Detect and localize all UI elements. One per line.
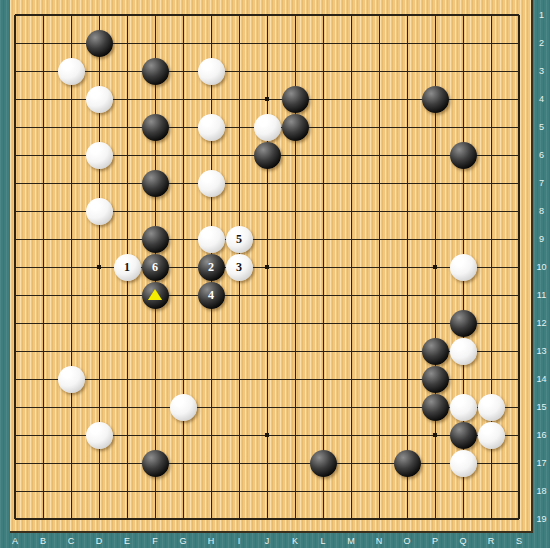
- intersection-S4[interactable]: [505, 85, 533, 113]
- intersection-L16[interactable]: [309, 421, 337, 449]
- intersection-B12[interactable]: [29, 309, 57, 337]
- intersection-O19[interactable]: [393, 505, 421, 533]
- intersection-A15[interactable]: [1, 393, 29, 421]
- intersection-S12[interactable]: [505, 309, 533, 337]
- intersection-L19[interactable]: [309, 505, 337, 533]
- intersection-N15[interactable]: [365, 393, 393, 421]
- intersection-G2[interactable]: [169, 29, 197, 57]
- intersection-K16[interactable]: [281, 421, 309, 449]
- intersection-L12[interactable]: [309, 309, 337, 337]
- intersection-L8[interactable]: [309, 197, 337, 225]
- intersection-B1[interactable]: [29, 1, 57, 29]
- intersection-A6[interactable]: [1, 141, 29, 169]
- intersection-B13[interactable]: [29, 337, 57, 365]
- intersection-Q2[interactable]: [449, 29, 477, 57]
- intersection-C7[interactable]: [57, 169, 85, 197]
- intersection-J16[interactable]: [253, 421, 281, 449]
- intersection-O9[interactable]: [393, 225, 421, 253]
- intersection-I7[interactable]: [225, 169, 253, 197]
- intersection-D3[interactable]: [85, 57, 113, 85]
- intersection-C1[interactable]: [57, 1, 85, 29]
- intersection-C13[interactable]: [57, 337, 85, 365]
- intersection-R2[interactable]: [477, 29, 505, 57]
- intersection-M12[interactable]: [337, 309, 365, 337]
- intersection-M15[interactable]: [337, 393, 365, 421]
- intersection-A5[interactable]: [1, 113, 29, 141]
- intersection-P3[interactable]: [421, 57, 449, 85]
- intersection-C15[interactable]: [57, 393, 85, 421]
- intersection-R11[interactable]: [477, 281, 505, 309]
- intersection-A18[interactable]: [1, 477, 29, 505]
- intersection-R19[interactable]: [477, 505, 505, 533]
- intersection-P5[interactable]: [421, 113, 449, 141]
- intersection-S7[interactable]: [505, 169, 533, 197]
- intersection-M19[interactable]: [337, 505, 365, 533]
- intersection-C12[interactable]: [57, 309, 85, 337]
- intersection-L6[interactable]: [309, 141, 337, 169]
- intersection-L10[interactable]: [309, 253, 337, 281]
- intersection-M2[interactable]: [337, 29, 365, 57]
- intersection-F13[interactable]: [141, 337, 169, 365]
- intersection-C16[interactable]: [57, 421, 85, 449]
- intersection-K17[interactable]: [281, 449, 309, 477]
- intersection-E6[interactable]: [113, 141, 141, 169]
- intersection-F18[interactable]: [141, 477, 169, 505]
- intersection-K10[interactable]: [281, 253, 309, 281]
- intersection-K12[interactable]: [281, 309, 309, 337]
- intersection-H4[interactable]: [197, 85, 225, 113]
- intersection-A7[interactable]: [1, 169, 29, 197]
- intersection-L14[interactable]: [309, 365, 337, 393]
- intersection-M17[interactable]: [337, 449, 365, 477]
- intersection-N12[interactable]: [365, 309, 393, 337]
- intersection-M4[interactable]: [337, 85, 365, 113]
- intersection-E14[interactable]: [113, 365, 141, 393]
- intersection-S1[interactable]: [505, 1, 533, 29]
- intersection-S6[interactable]: [505, 141, 533, 169]
- intersection-I18[interactable]: [225, 477, 253, 505]
- intersection-H6[interactable]: [197, 141, 225, 169]
- intersection-N13[interactable]: [365, 337, 393, 365]
- intersection-I5[interactable]: [225, 113, 253, 141]
- intersection-N4[interactable]: [365, 85, 393, 113]
- intersection-E12[interactable]: [113, 309, 141, 337]
- intersection-R7[interactable]: [477, 169, 505, 197]
- intersection-G12[interactable]: [169, 309, 197, 337]
- intersection-G10[interactable]: [169, 253, 197, 281]
- intersection-P11[interactable]: [421, 281, 449, 309]
- intersection-K3[interactable]: [281, 57, 309, 85]
- intersection-D10[interactable]: [85, 253, 113, 281]
- intersection-A1[interactable]: [1, 1, 29, 29]
- intersection-G6[interactable]: [169, 141, 197, 169]
- intersection-P16[interactable]: [421, 421, 449, 449]
- intersection-O1[interactable]: [393, 1, 421, 29]
- intersection-R3[interactable]: [477, 57, 505, 85]
- intersection-I4[interactable]: [225, 85, 253, 113]
- intersection-G17[interactable]: [169, 449, 197, 477]
- intersection-C10[interactable]: [57, 253, 85, 281]
- intersection-C8[interactable]: [57, 197, 85, 225]
- intersection-N6[interactable]: [365, 141, 393, 169]
- intersection-B10[interactable]: [29, 253, 57, 281]
- intersection-E16[interactable]: [113, 421, 141, 449]
- intersection-E8[interactable]: [113, 197, 141, 225]
- intersection-D18[interactable]: [85, 477, 113, 505]
- intersection-B16[interactable]: [29, 421, 57, 449]
- intersection-H8[interactable]: [197, 197, 225, 225]
- intersection-P17[interactable]: [421, 449, 449, 477]
- intersection-M9[interactable]: [337, 225, 365, 253]
- intersection-Q14[interactable]: [449, 365, 477, 393]
- intersection-K8[interactable]: [281, 197, 309, 225]
- intersection-J12[interactable]: [253, 309, 281, 337]
- intersection-J15[interactable]: [253, 393, 281, 421]
- intersection-D1[interactable]: [85, 1, 113, 29]
- intersection-E7[interactable]: [113, 169, 141, 197]
- intersection-K14[interactable]: [281, 365, 309, 393]
- intersection-J3[interactable]: [253, 57, 281, 85]
- intersection-R13[interactable]: [477, 337, 505, 365]
- intersection-A11[interactable]: [1, 281, 29, 309]
- intersection-R18[interactable]: [477, 477, 505, 505]
- intersection-M8[interactable]: [337, 197, 365, 225]
- intersection-K9[interactable]: [281, 225, 309, 253]
- intersection-P9[interactable]: [421, 225, 449, 253]
- intersection-C2[interactable]: [57, 29, 85, 57]
- intersection-S9[interactable]: [505, 225, 533, 253]
- intersection-O2[interactable]: [393, 29, 421, 57]
- intersection-G16[interactable]: [169, 421, 197, 449]
- intersection-A13[interactable]: [1, 337, 29, 365]
- intersection-C6[interactable]: [57, 141, 85, 169]
- intersection-R8[interactable]: [477, 197, 505, 225]
- intersection-K18[interactable]: [281, 477, 309, 505]
- intersection-C5[interactable]: [57, 113, 85, 141]
- intersection-L18[interactable]: [309, 477, 337, 505]
- intersection-J10[interactable]: [253, 253, 281, 281]
- intersection-E1[interactable]: [113, 1, 141, 29]
- intersection-K15[interactable]: [281, 393, 309, 421]
- intersection-N2[interactable]: [365, 29, 393, 57]
- intersection-F2[interactable]: [141, 29, 169, 57]
- intersection-S17[interactable]: [505, 449, 533, 477]
- intersection-K6[interactable]: [281, 141, 309, 169]
- intersection-F16[interactable]: [141, 421, 169, 449]
- intersection-M6[interactable]: [337, 141, 365, 169]
- intersection-P1[interactable]: [421, 1, 449, 29]
- intersection-H16[interactable]: [197, 421, 225, 449]
- intersection-R17[interactable]: [477, 449, 505, 477]
- intersection-M5[interactable]: [337, 113, 365, 141]
- intersection-R14[interactable]: [477, 365, 505, 393]
- intersection-K1[interactable]: [281, 1, 309, 29]
- intersection-S15[interactable]: [505, 393, 533, 421]
- intersection-N19[interactable]: [365, 505, 393, 533]
- intersection-B19[interactable]: [29, 505, 57, 533]
- intersection-E19[interactable]: [113, 505, 141, 533]
- intersection-S2[interactable]: [505, 29, 533, 57]
- intersection-E13[interactable]: [113, 337, 141, 365]
- intersection-L2[interactable]: [309, 29, 337, 57]
- intersection-B4[interactable]: [29, 85, 57, 113]
- intersection-E11[interactable]: [113, 281, 141, 309]
- intersection-E4[interactable]: [113, 85, 141, 113]
- intersection-F8[interactable]: [141, 197, 169, 225]
- intersection-G5[interactable]: [169, 113, 197, 141]
- intersection-D7[interactable]: [85, 169, 113, 197]
- intersection-B14[interactable]: [29, 365, 57, 393]
- intersection-O5[interactable]: [393, 113, 421, 141]
- intersection-I11[interactable]: [225, 281, 253, 309]
- intersection-P18[interactable]: [421, 477, 449, 505]
- intersection-S5[interactable]: [505, 113, 533, 141]
- intersection-E18[interactable]: [113, 477, 141, 505]
- intersection-J7[interactable]: [253, 169, 281, 197]
- intersection-N10[interactable]: [365, 253, 393, 281]
- intersection-N9[interactable]: [365, 225, 393, 253]
- intersection-J4[interactable]: [253, 85, 281, 113]
- intersection-O12[interactable]: [393, 309, 421, 337]
- intersection-G18[interactable]: [169, 477, 197, 505]
- intersection-O16[interactable]: [393, 421, 421, 449]
- intersection-R10[interactable]: [477, 253, 505, 281]
- intersection-N16[interactable]: [365, 421, 393, 449]
- intersection-L3[interactable]: [309, 57, 337, 85]
- intersection-G8[interactable]: [169, 197, 197, 225]
- intersection-M18[interactable]: [337, 477, 365, 505]
- intersection-I2[interactable]: [225, 29, 253, 57]
- intersection-D19[interactable]: [85, 505, 113, 533]
- intersection-Q11[interactable]: [449, 281, 477, 309]
- intersection-J13[interactable]: [253, 337, 281, 365]
- intersection-L9[interactable]: [309, 225, 337, 253]
- intersection-E9[interactable]: [113, 225, 141, 253]
- intersection-O6[interactable]: [393, 141, 421, 169]
- intersection-I15[interactable]: [225, 393, 253, 421]
- intersection-F4[interactable]: [141, 85, 169, 113]
- intersection-O7[interactable]: [393, 169, 421, 197]
- intersection-K19[interactable]: [281, 505, 309, 533]
- intersection-G4[interactable]: [169, 85, 197, 113]
- intersection-R4[interactable]: [477, 85, 505, 113]
- intersection-B17[interactable]: [29, 449, 57, 477]
- intersection-M3[interactable]: [337, 57, 365, 85]
- intersection-S18[interactable]: [505, 477, 533, 505]
- intersection-L7[interactable]: [309, 169, 337, 197]
- intersection-N5[interactable]: [365, 113, 393, 141]
- intersection-D14[interactable]: [85, 365, 113, 393]
- intersection-S10[interactable]: [505, 253, 533, 281]
- intersection-A3[interactable]: [1, 57, 29, 85]
- intersection-O11[interactable]: [393, 281, 421, 309]
- intersection-H15[interactable]: [197, 393, 225, 421]
- intersection-I16[interactable]: [225, 421, 253, 449]
- intersection-E3[interactable]: [113, 57, 141, 85]
- intersection-D5[interactable]: [85, 113, 113, 141]
- intersection-B3[interactable]: [29, 57, 57, 85]
- intersection-D17[interactable]: [85, 449, 113, 477]
- intersection-H18[interactable]: [197, 477, 225, 505]
- intersection-B15[interactable]: [29, 393, 57, 421]
- intersection-Q9[interactable]: [449, 225, 477, 253]
- intersection-N1[interactable]: [365, 1, 393, 29]
- intersection-S11[interactable]: [505, 281, 533, 309]
- intersection-R12[interactable]: [477, 309, 505, 337]
- intersection-J1[interactable]: [253, 1, 281, 29]
- intersection-A4[interactable]: [1, 85, 29, 113]
- intersection-P12[interactable]: [421, 309, 449, 337]
- intersection-Q7[interactable]: [449, 169, 477, 197]
- intersection-C18[interactable]: [57, 477, 85, 505]
- intersection-S19[interactable]: [505, 505, 533, 533]
- intersection-L13[interactable]: [309, 337, 337, 365]
- intersection-H12[interactable]: [197, 309, 225, 337]
- intersection-Q8[interactable]: [449, 197, 477, 225]
- intersection-D13[interactable]: [85, 337, 113, 365]
- intersection-M13[interactable]: [337, 337, 365, 365]
- intersection-A8[interactable]: [1, 197, 29, 225]
- intersection-L15[interactable]: [309, 393, 337, 421]
- intersection-O8[interactable]: [393, 197, 421, 225]
- intersection-L4[interactable]: [309, 85, 337, 113]
- intersection-E15[interactable]: [113, 393, 141, 421]
- intersection-A19[interactable]: [1, 505, 29, 533]
- intersection-C4[interactable]: [57, 85, 85, 113]
- intersection-A2[interactable]: [1, 29, 29, 57]
- intersection-Q5[interactable]: [449, 113, 477, 141]
- intersection-M14[interactable]: [337, 365, 365, 393]
- intersection-P10[interactable]: [421, 253, 449, 281]
- intersection-O14[interactable]: [393, 365, 421, 393]
- intersection-F14[interactable]: [141, 365, 169, 393]
- intersection-J8[interactable]: [253, 197, 281, 225]
- intersection-B6[interactable]: [29, 141, 57, 169]
- intersection-G1[interactable]: [169, 1, 197, 29]
- intersection-N3[interactable]: [365, 57, 393, 85]
- intersection-L11[interactable]: [309, 281, 337, 309]
- intersection-K13[interactable]: [281, 337, 309, 365]
- intersection-M11[interactable]: [337, 281, 365, 309]
- intersection-N14[interactable]: [365, 365, 393, 393]
- intersection-A17[interactable]: [1, 449, 29, 477]
- intersection-O13[interactable]: [393, 337, 421, 365]
- intersection-F1[interactable]: [141, 1, 169, 29]
- intersection-O15[interactable]: [393, 393, 421, 421]
- intersection-R6[interactable]: [477, 141, 505, 169]
- intersection-J19[interactable]: [253, 505, 281, 533]
- intersection-A9[interactable]: [1, 225, 29, 253]
- intersection-D12[interactable]: [85, 309, 113, 337]
- intersection-I6[interactable]: [225, 141, 253, 169]
- intersection-A14[interactable]: [1, 365, 29, 393]
- intersection-F19[interactable]: [141, 505, 169, 533]
- intersection-I14[interactable]: [225, 365, 253, 393]
- intersection-O4[interactable]: [393, 85, 421, 113]
- intersection-N11[interactable]: [365, 281, 393, 309]
- intersection-G19[interactable]: [169, 505, 197, 533]
- intersection-I1[interactable]: [225, 1, 253, 29]
- intersection-O3[interactable]: [393, 57, 421, 85]
- intersection-P8[interactable]: [421, 197, 449, 225]
- intersection-F6[interactable]: [141, 141, 169, 169]
- intersection-C17[interactable]: [57, 449, 85, 477]
- intersection-J18[interactable]: [253, 477, 281, 505]
- intersection-J17[interactable]: [253, 449, 281, 477]
- intersection-I17[interactable]: [225, 449, 253, 477]
- intersection-F15[interactable]: [141, 393, 169, 421]
- intersection-G9[interactable]: [169, 225, 197, 253]
- intersection-D11[interactable]: [85, 281, 113, 309]
- intersection-E5[interactable]: [113, 113, 141, 141]
- intersection-S14[interactable]: [505, 365, 533, 393]
- intersection-G3[interactable]: [169, 57, 197, 85]
- intersection-S16[interactable]: [505, 421, 533, 449]
- intersection-H17[interactable]: [197, 449, 225, 477]
- intersection-J2[interactable]: [253, 29, 281, 57]
- intersection-Q1[interactable]: [449, 1, 477, 29]
- intersection-K2[interactable]: [281, 29, 309, 57]
- intersection-I19[interactable]: [225, 505, 253, 533]
- intersection-J9[interactable]: [253, 225, 281, 253]
- intersection-M10[interactable]: [337, 253, 365, 281]
- intersection-G14[interactable]: [169, 365, 197, 393]
- intersection-O10[interactable]: [393, 253, 421, 281]
- intersection-B7[interactable]: [29, 169, 57, 197]
- intersection-A10[interactable]: [1, 253, 29, 281]
- intersection-Q18[interactable]: [449, 477, 477, 505]
- intersection-M1[interactable]: [337, 1, 365, 29]
- intersection-O18[interactable]: [393, 477, 421, 505]
- intersection-N7[interactable]: [365, 169, 393, 197]
- intersection-L5[interactable]: [309, 113, 337, 141]
- intersection-G11[interactable]: [169, 281, 197, 309]
- intersection-H2[interactable]: [197, 29, 225, 57]
- intersection-B5[interactable]: [29, 113, 57, 141]
- intersection-I3[interactable]: [225, 57, 253, 85]
- intersection-H13[interactable]: [197, 337, 225, 365]
- intersection-H14[interactable]: [197, 365, 225, 393]
- intersection-F12[interactable]: [141, 309, 169, 337]
- intersection-P19[interactable]: [421, 505, 449, 533]
- intersection-D9[interactable]: [85, 225, 113, 253]
- intersection-H1[interactable]: [197, 1, 225, 29]
- intersection-E17[interactable]: [113, 449, 141, 477]
- intersection-D15[interactable]: [85, 393, 113, 421]
- intersection-B2[interactable]: [29, 29, 57, 57]
- intersection-C19[interactable]: [57, 505, 85, 533]
- intersection-G7[interactable]: [169, 169, 197, 197]
- intersection-Q3[interactable]: [449, 57, 477, 85]
- intersection-B9[interactable]: [29, 225, 57, 253]
- intersection-S13[interactable]: [505, 337, 533, 365]
- intersection-N18[interactable]: [365, 477, 393, 505]
- intersection-I8[interactable]: [225, 197, 253, 225]
- intersection-P6[interactable]: [421, 141, 449, 169]
- intersection-R5[interactable]: [477, 113, 505, 141]
- intersection-B18[interactable]: [29, 477, 57, 505]
- intersection-G13[interactable]: [169, 337, 197, 365]
- intersection-B8[interactable]: [29, 197, 57, 225]
- intersection-C9[interactable]: [57, 225, 85, 253]
- intersection-N17[interactable]: [365, 449, 393, 477]
- intersection-Q19[interactable]: [449, 505, 477, 533]
- intersection-N8[interactable]: [365, 197, 393, 225]
- intersection-C11[interactable]: [57, 281, 85, 309]
- intersection-I12[interactable]: [225, 309, 253, 337]
- intersection-L1[interactable]: [309, 1, 337, 29]
- intersection-A12[interactable]: [1, 309, 29, 337]
